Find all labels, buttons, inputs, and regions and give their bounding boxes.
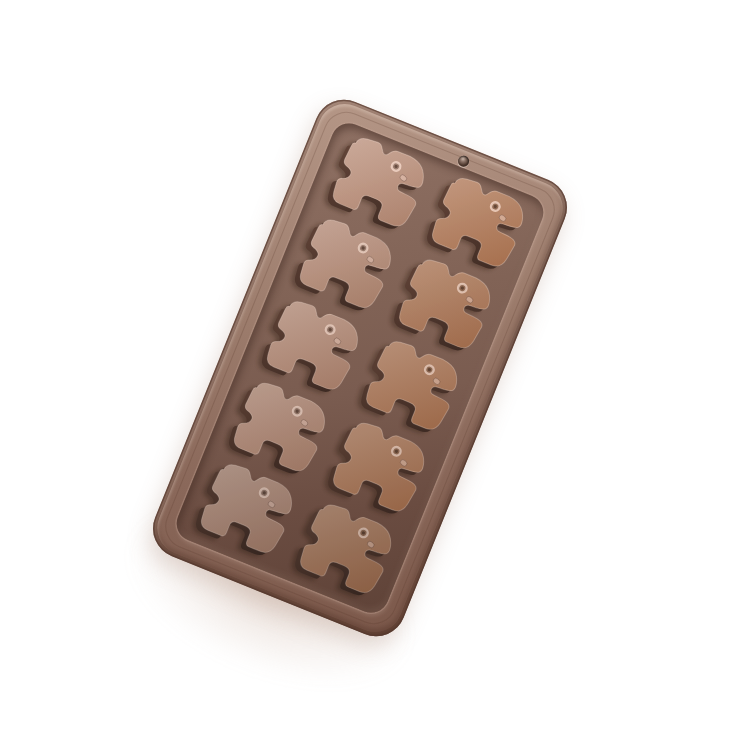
product-photo-stage [0, 0, 750, 750]
silicone-mold-tray [144, 91, 576, 646]
